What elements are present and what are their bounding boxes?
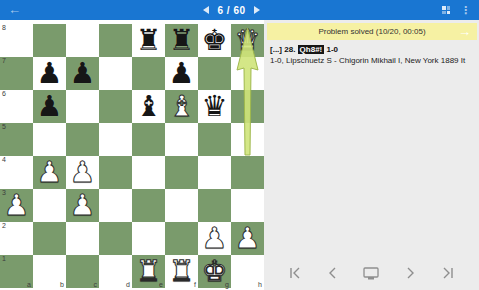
square-g5[interactable] (198, 123, 231, 156)
square-c5[interactable] (66, 123, 99, 156)
white-pawn[interactable]: ♟ (33, 156, 66, 189)
black-king[interactable]: ♚ (198, 24, 231, 57)
file-label: c (94, 281, 98, 288)
square-g1[interactable]: g♚ (198, 255, 231, 288)
square-a7[interactable]: 7 (0, 57, 33, 90)
white-rook[interactable]: ♜ (165, 255, 198, 288)
square-e5[interactable] (132, 123, 165, 156)
square-c8[interactable] (66, 24, 99, 57)
rank-label: 6 (2, 90, 6, 97)
square-a8[interactable]: 8 (0, 24, 33, 57)
square-e7[interactable] (132, 57, 165, 90)
square-e8[interactable]: ♜ (132, 24, 165, 57)
status-banner: Problem solved (10/20, 00:05) → (267, 23, 477, 40)
chevron-right-icon[interactable] (405, 266, 417, 280)
square-e2[interactable] (132, 222, 165, 255)
rank-label: 4 (2, 156, 6, 163)
next-puzzle-icon[interactable] (254, 6, 260, 14)
square-a3[interactable]: 3♟ (0, 189, 33, 222)
square-h7[interactable] (231, 57, 264, 90)
square-f8[interactable]: ♜ (165, 24, 198, 57)
file-label: b (60, 281, 64, 288)
black-rook[interactable]: ♜ (165, 24, 198, 57)
square-d1[interactable]: d (99, 255, 132, 288)
square-e1[interactable]: e♜ (132, 255, 165, 288)
white-bishop[interactable]: ♝ (165, 90, 198, 123)
white-pawn[interactable]: ♟ (231, 222, 264, 255)
move-navigation-bar (264, 258, 479, 288)
square-a2[interactable]: 2 (0, 222, 33, 255)
rank-label: 8 (2, 24, 6, 31)
square-h8[interactable]: ♛ (231, 24, 264, 57)
white-king[interactable]: ♚ (198, 255, 231, 288)
square-b7[interactable]: ♟ (33, 57, 66, 90)
square-f5[interactable] (165, 123, 198, 156)
square-e6[interactable]: ♝ (132, 90, 165, 123)
square-g3[interactable] (198, 189, 231, 222)
square-b1[interactable]: b (33, 255, 66, 288)
top-app-bar: ← 6 / 60 ⋮ (0, 0, 479, 20)
rank-label: 1 (2, 255, 6, 262)
rank-label: 2 (2, 222, 6, 229)
previous-puzzle-icon[interactable] (203, 6, 209, 14)
square-d2[interactable] (99, 222, 132, 255)
info-panel: Problem solved (10/20, 00:05) → [...] 28… (264, 20, 479, 290)
square-c3[interactable]: ♟ (66, 189, 99, 222)
kebab-menu-icon[interactable]: ⋮ (460, 0, 471, 20)
skip-to-first-icon[interactable] (288, 266, 302, 280)
square-c4[interactable]: ♟ (66, 156, 99, 189)
square-e4[interactable] (132, 156, 165, 189)
status-text: Problem solved (10/20, 00:05) (318, 27, 425, 36)
skip-to-last-icon[interactable] (441, 266, 455, 280)
square-g8[interactable]: ♚ (198, 24, 231, 57)
square-a1[interactable]: 1a (0, 255, 33, 288)
square-g2[interactable]: ♟ (198, 222, 231, 255)
puzzle-counter: 6 / 60 (217, 5, 245, 16)
game-info: 1-0, Lipschuetz S - Chigorin Mikhail I, … (264, 55, 479, 66)
square-h2[interactable]: ♟ (231, 222, 264, 255)
square-a6[interactable]: 6 (0, 90, 33, 123)
square-d6[interactable] (99, 90, 132, 123)
square-b2[interactable] (33, 222, 66, 255)
black-rook[interactable]: ♜ (132, 24, 165, 57)
puzzle-counter-group: 6 / 60 (203, 5, 259, 16)
rank-label: 7 (2, 57, 6, 64)
square-a4[interactable]: 4 (0, 156, 33, 189)
white-pawn[interactable]: ♟ (66, 189, 99, 222)
monitor-icon[interactable] (362, 266, 380, 281)
file-label: h (258, 281, 262, 288)
white-rook[interactable]: ♜ (132, 255, 165, 288)
black-pawn[interactable]: ♟ (66, 57, 99, 90)
square-c7[interactable]: ♟ (66, 57, 99, 90)
square-b6[interactable]: ♟ (33, 90, 66, 123)
black-queen[interactable]: ♛ (198, 90, 231, 123)
square-a5[interactable]: 5 (0, 123, 33, 156)
square-g4[interactable] (198, 156, 231, 189)
square-c6[interactable] (66, 90, 99, 123)
chevron-left-icon[interactable] (326, 266, 338, 280)
square-b4[interactable]: ♟ (33, 156, 66, 189)
square-c2[interactable] (66, 222, 99, 255)
black-pawn[interactable]: ♟ (165, 57, 198, 90)
back-arrow-icon[interactable]: ← (8, 0, 21, 20)
square-d7[interactable] (99, 57, 132, 90)
square-d8[interactable] (99, 24, 132, 57)
arrow-right-icon[interactable]: → (458, 23, 471, 40)
white-pawn[interactable]: ♟ (198, 222, 231, 255)
square-d4[interactable] (99, 156, 132, 189)
current-move[interactable]: Qh8#! (298, 45, 325, 54)
square-f2[interactable] (165, 222, 198, 255)
black-pawn[interactable]: ♟ (33, 57, 66, 90)
square-g7[interactable] (198, 57, 231, 90)
board-grid-icon[interactable] (442, 6, 450, 14)
square-c1[interactable]: c (66, 255, 99, 288)
square-f6[interactable]: ♝ (165, 90, 198, 123)
white-pawn[interactable]: ♟ (66, 156, 99, 189)
square-h6[interactable] (231, 90, 264, 123)
board-column: 8♜♜♚♛7♟♟♟6♟♝♝♛54♟♟3♟♟2♟♟1abcde♜f♜g♚h (0, 20, 264, 290)
square-b5[interactable] (33, 123, 66, 156)
square-e3[interactable] (132, 189, 165, 222)
square-d5[interactable] (99, 123, 132, 156)
square-b3[interactable] (33, 189, 66, 222)
square-h4[interactable] (231, 156, 264, 189)
square-f7[interactable]: ♟ (165, 57, 198, 90)
file-label: d (126, 281, 130, 288)
square-f3[interactable] (165, 189, 198, 222)
square-b8[interactable] (33, 24, 66, 57)
black-bishop[interactable]: ♝ (132, 90, 165, 123)
white-pawn[interactable]: ♟ (0, 189, 33, 222)
square-f1[interactable]: f♜ (165, 255, 198, 288)
move-number: 28. (284, 45, 295, 54)
white-queen[interactable]: ♛ (231, 24, 264, 57)
black-pawn[interactable]: ♟ (33, 90, 66, 123)
square-h5[interactable] (231, 123, 264, 156)
square-f4[interactable] (165, 156, 198, 189)
square-h1[interactable]: h (231, 255, 264, 288)
move-list: [...] 28. Qh8#! 1-0 (264, 40, 479, 55)
file-label: a (27, 281, 31, 288)
moves-prefix: [...] (270, 45, 282, 54)
chess-board[interactable]: 8♜♜♚♛7♟♟♟6♟♝♝♛54♟♟3♟♟2♟♟1abcde♜f♜g♚h (0, 24, 264, 288)
square-h3[interactable] (231, 189, 264, 222)
square-g6[interactable]: ♛ (198, 90, 231, 123)
square-d3[interactable] (99, 189, 132, 222)
rank-label: 5 (2, 123, 6, 130)
game-result: 1-0 (327, 45, 339, 54)
